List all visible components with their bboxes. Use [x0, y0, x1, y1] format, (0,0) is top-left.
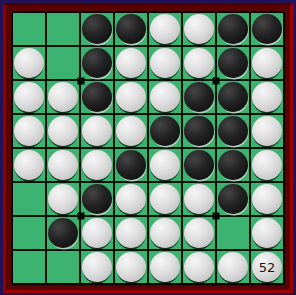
cell-d3[interactable]: [115, 81, 147, 113]
cell-a4[interactable]: [13, 115, 45, 147]
cell-g4[interactable]: [217, 115, 249, 147]
cell-b8[interactable]: [47, 251, 79, 283]
cell-e7[interactable]: [149, 217, 181, 249]
cell-h6[interactable]: [251, 183, 283, 215]
cell-f2[interactable]: [183, 47, 215, 79]
cell-d1[interactable]: [115, 13, 147, 45]
white-disc: [48, 150, 78, 180]
white-disc: [150, 252, 180, 282]
cell-c2[interactable]: [81, 47, 113, 79]
black-disc: [48, 218, 78, 248]
board-frame: 52: [3, 3, 293, 293]
star-point: [77, 212, 84, 219]
cell-h8[interactable]: 52: [251, 251, 283, 283]
black-disc: [218, 14, 248, 44]
white-disc: [14, 82, 44, 112]
cell-b1[interactable]: [47, 13, 79, 45]
cell-h3[interactable]: [251, 81, 283, 113]
white-disc: [116, 218, 146, 248]
cell-e6[interactable]: [149, 183, 181, 215]
cell-f3[interactable]: [183, 81, 215, 113]
cell-c3[interactable]: [81, 81, 113, 113]
white-disc: [116, 48, 146, 78]
cell-f7[interactable]: [183, 217, 215, 249]
cell-g7[interactable]: [217, 217, 249, 249]
star-point: [212, 77, 219, 84]
black-disc: [218, 116, 248, 146]
cell-c6[interactable]: [81, 183, 113, 215]
cell-b2[interactable]: [47, 47, 79, 79]
black-disc: [82, 48, 112, 78]
cell-a2[interactable]: [13, 47, 45, 79]
cell-g8[interactable]: [217, 251, 249, 283]
cell-h1[interactable]: [251, 13, 283, 45]
white-disc: [116, 184, 146, 214]
white-disc: [116, 116, 146, 146]
white-disc: [82, 150, 112, 180]
cell-a3[interactable]: [13, 81, 45, 113]
cell-a8[interactable]: [13, 251, 45, 283]
cell-d5[interactable]: [115, 149, 147, 181]
white-disc: [116, 82, 146, 112]
cell-d6[interactable]: [115, 183, 147, 215]
cell-e4[interactable]: [149, 115, 181, 147]
black-disc: [218, 150, 248, 180]
white-disc: [48, 82, 78, 112]
black-disc: [82, 14, 112, 44]
cell-a1[interactable]: [13, 13, 45, 45]
board-grid: 52: [13, 13, 283, 283]
white-disc: [48, 116, 78, 146]
cell-f6[interactable]: [183, 183, 215, 215]
white-disc: [184, 48, 214, 78]
star-point: [77, 77, 84, 84]
cell-g5[interactable]: [217, 149, 249, 181]
white-disc: 52: [252, 252, 282, 282]
white-disc: [184, 218, 214, 248]
cell-f8[interactable]: [183, 251, 215, 283]
black-disc: [252, 14, 282, 44]
cell-d2[interactable]: [115, 47, 147, 79]
star-point: [212, 212, 219, 219]
cell-e2[interactable]: [149, 47, 181, 79]
white-disc: [150, 218, 180, 248]
cell-a6[interactable]: [13, 183, 45, 215]
white-disc: [116, 252, 146, 282]
black-disc: [82, 184, 112, 214]
cell-g6[interactable]: [217, 183, 249, 215]
white-disc: [150, 82, 180, 112]
cell-b6[interactable]: [47, 183, 79, 215]
white-disc: [82, 252, 112, 282]
cell-c1[interactable]: [81, 13, 113, 45]
last-move-number: 52: [259, 261, 276, 274]
othello-board: 52: [11, 11, 285, 285]
cell-f1[interactable]: [183, 13, 215, 45]
black-disc: [82, 82, 112, 112]
white-disc: [150, 48, 180, 78]
white-disc: [252, 184, 282, 214]
black-disc: [218, 184, 248, 214]
white-disc: [252, 150, 282, 180]
black-disc: [218, 82, 248, 112]
white-disc: [252, 82, 282, 112]
white-disc: [150, 150, 180, 180]
white-disc: [252, 116, 282, 146]
cell-c4[interactable]: [81, 115, 113, 147]
cell-c7[interactable]: [81, 217, 113, 249]
cell-d4[interactable]: [115, 115, 147, 147]
black-disc: [116, 150, 146, 180]
cell-d8[interactable]: [115, 251, 147, 283]
white-disc: [184, 14, 214, 44]
black-disc: [218, 48, 248, 78]
black-disc: [184, 82, 214, 112]
cell-f5[interactable]: [183, 149, 215, 181]
white-disc: [218, 252, 248, 282]
white-disc: [184, 184, 214, 214]
white-disc: [150, 14, 180, 44]
cell-b7[interactable]: [47, 217, 79, 249]
cell-e1[interactable]: [149, 13, 181, 45]
white-disc: [14, 116, 44, 146]
cell-c5[interactable]: [81, 149, 113, 181]
cell-e5[interactable]: [149, 149, 181, 181]
white-disc: [14, 150, 44, 180]
black-disc: [184, 150, 214, 180]
cell-c8[interactable]: [81, 251, 113, 283]
cell-h5[interactable]: [251, 149, 283, 181]
black-disc: [116, 14, 146, 44]
cell-g3[interactable]: [217, 81, 249, 113]
black-disc: [184, 116, 214, 146]
window-background: 52: [0, 0, 296, 295]
cell-h2[interactable]: [251, 47, 283, 79]
white-disc: [252, 218, 282, 248]
white-disc: [14, 48, 44, 78]
black-disc: [150, 116, 180, 146]
cell-a5[interactable]: [13, 149, 45, 181]
white-disc: [252, 48, 282, 78]
white-disc: [82, 116, 112, 146]
cell-h7[interactable]: [251, 217, 283, 249]
cell-e3[interactable]: [149, 81, 181, 113]
cell-a7[interactable]: [13, 217, 45, 249]
cell-g1[interactable]: [217, 13, 249, 45]
cell-b5[interactable]: [47, 149, 79, 181]
cell-e8[interactable]: [149, 251, 181, 283]
cell-f4[interactable]: [183, 115, 215, 147]
cell-h4[interactable]: [251, 115, 283, 147]
cell-d7[interactable]: [115, 217, 147, 249]
white-disc: [150, 184, 180, 214]
white-disc: [48, 184, 78, 214]
white-disc: [82, 218, 112, 248]
white-disc: [184, 252, 214, 282]
cell-b3[interactable]: [47, 81, 79, 113]
cell-b4[interactable]: [47, 115, 79, 147]
cell-g2[interactable]: [217, 47, 249, 79]
